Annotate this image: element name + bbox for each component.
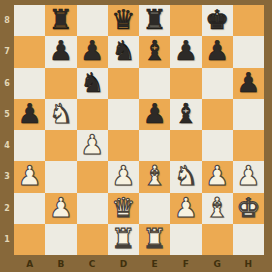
piece-white-pawn[interactable]: ♟ bbox=[236, 160, 260, 191]
square-h6[interactable]: ♟ bbox=[233, 68, 264, 99]
square-a6[interactable] bbox=[14, 68, 45, 99]
square-a2[interactable] bbox=[14, 193, 45, 224]
piece-white-knight[interactable]: ♞ bbox=[49, 98, 73, 129]
square-b6[interactable] bbox=[45, 68, 76, 99]
square-b1[interactable] bbox=[45, 224, 76, 255]
rank-label-7: 7 bbox=[0, 36, 14, 67]
square-c8[interactable] bbox=[77, 5, 108, 36]
rank-label-8: 8 bbox=[0, 5, 14, 36]
square-g7[interactable]: ♟ bbox=[202, 36, 233, 67]
file-label-c: c bbox=[77, 256, 108, 272]
square-a5[interactable]: ♟ bbox=[14, 99, 45, 130]
square-b4[interactable] bbox=[45, 130, 76, 161]
rank-label-4: 4 bbox=[0, 130, 14, 161]
square-e5[interactable]: ♟ bbox=[139, 99, 170, 130]
square-e2[interactable] bbox=[139, 193, 170, 224]
square-f3[interactable]: ♞ bbox=[170, 161, 201, 192]
piece-black-pawn[interactable]: ♟ bbox=[80, 35, 104, 66]
piece-white-king[interactable]: ♚ bbox=[236, 192, 260, 223]
piece-white-pawn[interactable]: ♟ bbox=[205, 160, 229, 191]
square-c3[interactable] bbox=[77, 161, 108, 192]
piece-black-pawn[interactable]: ♟ bbox=[49, 35, 73, 66]
piece-white-queen[interactable]: ♛ bbox=[111, 192, 135, 223]
piece-black-bishop[interactable]: ♝ bbox=[174, 98, 198, 129]
piece-black-rook[interactable]: ♜ bbox=[49, 4, 73, 35]
piece-black-knight[interactable]: ♞ bbox=[80, 67, 104, 98]
square-a1[interactable] bbox=[14, 224, 45, 255]
square-e1[interactable]: ♜ bbox=[139, 224, 170, 255]
file-label-b: b bbox=[45, 256, 76, 272]
square-h8[interactable] bbox=[233, 5, 264, 36]
square-d7[interactable]: ♞ bbox=[108, 36, 139, 67]
piece-black-knight[interactable]: ♞ bbox=[111, 35, 135, 66]
piece-white-pawn[interactable]: ♟ bbox=[80, 129, 104, 160]
square-c5[interactable] bbox=[77, 99, 108, 130]
piece-black-bishop[interactable]: ♝ bbox=[143, 35, 167, 66]
piece-white-bishop[interactable]: ♝ bbox=[143, 160, 167, 191]
square-b5[interactable]: ♞ bbox=[45, 99, 76, 130]
file-label-h: h bbox=[233, 256, 264, 272]
file-label-d: d bbox=[108, 256, 139, 272]
file-label-f: f bbox=[170, 256, 201, 272]
chess-board: ♜♛♜♚♟♟♞♝♟♟♞♟♟♞♟♝♟♟♟♝♞♟♟♟♛♟♝♚♜♜ bbox=[14, 5, 264, 255]
square-g6[interactable] bbox=[202, 68, 233, 99]
square-c2[interactable] bbox=[77, 193, 108, 224]
square-h5[interactable] bbox=[233, 99, 264, 130]
square-a3[interactable]: ♟ bbox=[14, 161, 45, 192]
square-d3[interactable]: ♟ bbox=[108, 161, 139, 192]
file-labels: abcdefgh bbox=[14, 256, 264, 272]
square-h1[interactable] bbox=[233, 224, 264, 255]
piece-black-pawn[interactable]: ♟ bbox=[205, 35, 229, 66]
square-g1[interactable] bbox=[202, 224, 233, 255]
square-c1[interactable] bbox=[77, 224, 108, 255]
piece-black-rook[interactable]: ♜ bbox=[143, 4, 167, 35]
square-e7[interactable]: ♝ bbox=[139, 36, 170, 67]
square-b3[interactable] bbox=[45, 161, 76, 192]
square-d2[interactable]: ♛ bbox=[108, 193, 139, 224]
piece-white-pawn[interactable]: ♟ bbox=[111, 160, 135, 191]
square-d1[interactable]: ♜ bbox=[108, 224, 139, 255]
piece-white-rook[interactable]: ♜ bbox=[111, 223, 135, 254]
square-d5[interactable] bbox=[108, 99, 139, 130]
rank-label-5: 5 bbox=[0, 99, 14, 130]
square-g2[interactable]: ♝ bbox=[202, 193, 233, 224]
square-a4[interactable] bbox=[14, 130, 45, 161]
square-f1[interactable] bbox=[170, 224, 201, 255]
square-f6[interactable] bbox=[170, 68, 201, 99]
square-g4[interactable] bbox=[202, 130, 233, 161]
piece-black-king[interactable]: ♚ bbox=[205, 4, 229, 35]
piece-white-pawn[interactable]: ♟ bbox=[174, 192, 198, 223]
square-c6[interactable]: ♞ bbox=[77, 68, 108, 99]
square-e8[interactable]: ♜ bbox=[139, 5, 170, 36]
square-b2[interactable]: ♟ bbox=[45, 193, 76, 224]
square-d8[interactable]: ♛ bbox=[108, 5, 139, 36]
file-label-g: g bbox=[202, 256, 233, 272]
square-d6[interactable] bbox=[108, 68, 139, 99]
piece-black-pawn[interactable]: ♟ bbox=[143, 98, 167, 129]
square-b7[interactable]: ♟ bbox=[45, 36, 76, 67]
square-h7[interactable] bbox=[233, 36, 264, 67]
rank-label-2: 2 bbox=[0, 193, 14, 224]
piece-white-rook[interactable]: ♜ bbox=[143, 223, 167, 254]
square-g5[interactable] bbox=[202, 99, 233, 130]
square-f5[interactable]: ♝ bbox=[170, 99, 201, 130]
piece-white-pawn[interactable]: ♟ bbox=[18, 160, 42, 191]
square-c7[interactable]: ♟ bbox=[77, 36, 108, 67]
square-f7[interactable]: ♟ bbox=[170, 36, 201, 67]
square-f8[interactable] bbox=[170, 5, 201, 36]
square-f2[interactable]: ♟ bbox=[170, 193, 201, 224]
square-e4[interactable] bbox=[139, 130, 170, 161]
board-frame: 87654321 ♜♛♜♚♟♟♞♝♟♟♞♟♟♞♟♝♟♟♟♝♞♟♟♟♛♟♝♚♜♜ … bbox=[0, 0, 272, 272]
square-b8[interactable]: ♜ bbox=[45, 5, 76, 36]
square-e6[interactable] bbox=[139, 68, 170, 99]
piece-white-bishop[interactable]: ♝ bbox=[205, 192, 229, 223]
square-h4[interactable] bbox=[233, 130, 264, 161]
file-label-a: a bbox=[14, 256, 45, 272]
piece-black-pawn[interactable]: ♟ bbox=[18, 98, 42, 129]
square-c4[interactable]: ♟ bbox=[77, 130, 108, 161]
rank-label-1: 1 bbox=[0, 224, 14, 255]
square-g3[interactable]: ♟ bbox=[202, 161, 233, 192]
piece-black-pawn[interactable]: ♟ bbox=[174, 35, 198, 66]
square-f4[interactable] bbox=[170, 130, 201, 161]
square-h3[interactable]: ♟ bbox=[233, 161, 264, 192]
square-a8[interactable] bbox=[14, 5, 45, 36]
square-d4[interactable] bbox=[108, 130, 139, 161]
piece-black-queen[interactable]: ♛ bbox=[111, 4, 135, 35]
piece-white-knight[interactable]: ♞ bbox=[174, 160, 198, 191]
square-g8[interactable]: ♚ bbox=[202, 5, 233, 36]
piece-white-pawn[interactable]: ♟ bbox=[49, 192, 73, 223]
rank-labels: 87654321 bbox=[0, 5, 14, 255]
rank-label-6: 6 bbox=[0, 68, 14, 99]
square-e3[interactable]: ♝ bbox=[139, 161, 170, 192]
square-a7[interactable] bbox=[14, 36, 45, 67]
file-label-e: e bbox=[139, 256, 170, 272]
rank-label-3: 3 bbox=[0, 161, 14, 192]
square-h2[interactable]: ♚ bbox=[233, 193, 264, 224]
piece-black-pawn[interactable]: ♟ bbox=[236, 67, 260, 98]
